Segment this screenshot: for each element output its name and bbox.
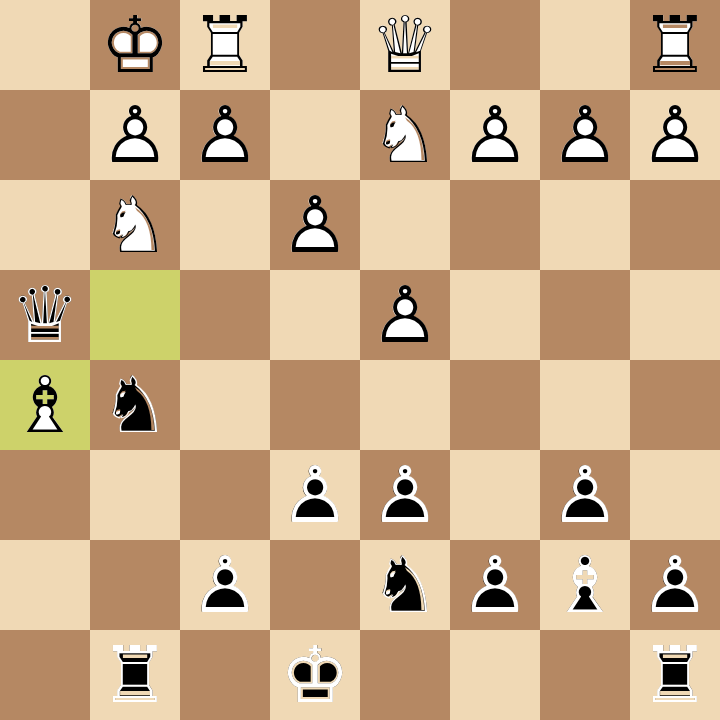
piece-black-pawn[interactable]: ♟♙: [540, 450, 630, 540]
black-king-outline-icon: ♔: [270, 630, 360, 720]
black-rook-outline-icon: ♖: [90, 630, 180, 720]
square-h4[interactable]: ♛♕: [0, 270, 90, 360]
black-pawn-outline-icon: ♙: [360, 450, 450, 540]
piece-white-rook[interactable]: ♜♖: [630, 0, 720, 90]
black-queen-outline-icon: ♕: [0, 270, 90, 360]
square-g1[interactable]: ♚♔: [90, 0, 180, 90]
piece-black-rook[interactable]: ♜♖: [90, 630, 180, 720]
square-e2[interactable]: [270, 90, 360, 180]
piece-black-pawn[interactable]: ♟♙: [450, 540, 540, 630]
piece-white-knight[interactable]: ♞♘: [90, 180, 180, 270]
black-pawn-outline-icon: ♙: [270, 450, 360, 540]
square-b2[interactable]: ♟♙: [540, 90, 630, 180]
square-f6[interactable]: [180, 450, 270, 540]
white-queen-outline-icon: ♕: [360, 0, 450, 90]
square-a1[interactable]: ♜♖: [630, 0, 720, 90]
square-f2[interactable]: ♟♙: [180, 90, 270, 180]
white-pawn-outline-icon: ♙: [270, 180, 360, 270]
white-pawn-outline-icon: ♙: [540, 90, 630, 180]
piece-white-rook[interactable]: ♜♖: [180, 0, 270, 90]
square-a6[interactable]: [630, 450, 720, 540]
square-f3[interactable]: [180, 180, 270, 270]
square-d8[interactable]: [360, 630, 450, 720]
black-rook-outline-icon: ♖: [630, 630, 720, 720]
piece-white-pawn[interactable]: ♟♙: [90, 90, 180, 180]
piece-black-bishop[interactable]: ♝♗: [540, 540, 630, 630]
square-h8[interactable]: [0, 630, 90, 720]
square-c2[interactable]: ♟♙: [450, 90, 540, 180]
piece-white-pawn[interactable]: ♟♙: [360, 270, 450, 360]
square-b7[interactable]: ♝♗: [540, 540, 630, 630]
white-rook-outline-icon: ♖: [630, 0, 720, 90]
white-pawn-outline-icon: ♙: [450, 90, 540, 180]
black-knight-outline-icon: ♘: [360, 540, 450, 630]
square-g2[interactable]: ♟♙: [90, 90, 180, 180]
square-g4[interactable]: [90, 270, 180, 360]
square-h5[interactable]: ♝♗: [0, 360, 90, 450]
piece-black-pawn[interactable]: ♟♙: [180, 540, 270, 630]
piece-white-bishop[interactable]: ♝♗: [0, 360, 90, 450]
square-b3[interactable]: [540, 180, 630, 270]
square-f1[interactable]: ♜♖: [180, 0, 270, 90]
piece-white-pawn[interactable]: ♟♙: [450, 90, 540, 180]
square-c1[interactable]: [450, 0, 540, 90]
square-c5[interactable]: [450, 360, 540, 450]
piece-black-pawn[interactable]: ♟♙: [270, 450, 360, 540]
white-knight-outline-icon: ♘: [360, 90, 450, 180]
square-g6[interactable]: [90, 450, 180, 540]
square-e3[interactable]: ♟♙: [270, 180, 360, 270]
square-g5[interactable]: ♞♘: [90, 360, 180, 450]
square-a7[interactable]: ♟♙: [630, 540, 720, 630]
square-d2[interactable]: ♞♘: [360, 90, 450, 180]
piece-black-knight[interactable]: ♞♘: [360, 540, 450, 630]
square-a4[interactable]: [630, 270, 720, 360]
square-c6[interactable]: [450, 450, 540, 540]
square-f8[interactable]: [180, 630, 270, 720]
square-d3[interactable]: [360, 180, 450, 270]
square-f4[interactable]: [180, 270, 270, 360]
square-d4[interactable]: ♟♙: [360, 270, 450, 360]
piece-black-rook[interactable]: ♜♖: [630, 630, 720, 720]
white-pawn-outline-icon: ♙: [360, 270, 450, 360]
piece-white-pawn[interactable]: ♟♙: [630, 90, 720, 180]
square-d7[interactable]: ♞♘: [360, 540, 450, 630]
square-h2[interactable]: [0, 90, 90, 180]
white-rook-outline-icon: ♖: [180, 0, 270, 90]
square-b8[interactable]: [540, 630, 630, 720]
black-pawn-outline-icon: ♙: [630, 540, 720, 630]
square-a2[interactable]: ♟♙: [630, 90, 720, 180]
square-a3[interactable]: [630, 180, 720, 270]
piece-black-pawn[interactable]: ♟♙: [360, 450, 450, 540]
piece-white-queen[interactable]: ♛♕: [360, 0, 450, 90]
square-e1[interactable]: [270, 0, 360, 90]
piece-black-pawn[interactable]: ♟♙: [630, 540, 720, 630]
piece-white-pawn[interactable]: ♟♙: [180, 90, 270, 180]
black-pawn-outline-icon: ♙: [180, 540, 270, 630]
square-e4[interactable]: [270, 270, 360, 360]
piece-white-knight[interactable]: ♞♘: [360, 90, 450, 180]
piece-black-knight[interactable]: ♞♘: [90, 360, 180, 450]
square-b6[interactable]: ♟♙: [540, 450, 630, 540]
square-e5[interactable]: [270, 360, 360, 450]
piece-white-king[interactable]: ♚♔: [90, 0, 180, 90]
square-e8[interactable]: ♚♔: [270, 630, 360, 720]
square-b1[interactable]: [540, 0, 630, 90]
chess-board: ♚♔♜♖♛♕♜♖♟♙♟♙♞♘♟♙♟♙♟♙♞♘♟♙♛♕♟♙♝♗♞♘♟♙♟♙♟♙♟♙…: [0, 0, 720, 720]
white-pawn-outline-icon: ♙: [90, 90, 180, 180]
white-knight-outline-icon: ♘: [90, 180, 180, 270]
white-pawn-outline-icon: ♙: [180, 90, 270, 180]
black-pawn-outline-icon: ♙: [450, 540, 540, 630]
square-d6[interactable]: ♟♙: [360, 450, 450, 540]
square-a8[interactable]: ♜♖: [630, 630, 720, 720]
square-b4[interactable]: [540, 270, 630, 360]
black-knight-outline-icon: ♘: [90, 360, 180, 450]
white-bishop-outline-icon: ♗: [0, 360, 90, 450]
square-c7[interactable]: ♟♙: [450, 540, 540, 630]
black-pawn-outline-icon: ♙: [540, 450, 630, 540]
black-bishop-outline-icon: ♗: [540, 540, 630, 630]
square-h1[interactable]: [0, 0, 90, 90]
square-g7[interactable]: [90, 540, 180, 630]
square-h3[interactable]: [0, 180, 90, 270]
piece-black-queen[interactable]: ♛♕: [0, 270, 90, 360]
square-c4[interactable]: [450, 270, 540, 360]
square-d5[interactable]: [360, 360, 450, 450]
square-e6[interactable]: ♟♙: [270, 450, 360, 540]
square-g8[interactable]: ♜♖: [90, 630, 180, 720]
square-c8[interactable]: [450, 630, 540, 720]
square-h6[interactable]: [0, 450, 90, 540]
square-g3[interactable]: ♞♘: [90, 180, 180, 270]
square-a5[interactable]: [630, 360, 720, 450]
square-c3[interactable]: [450, 180, 540, 270]
piece-white-pawn[interactable]: ♟♙: [270, 180, 360, 270]
square-h7[interactable]: [0, 540, 90, 630]
square-d1[interactable]: ♛♕: [360, 0, 450, 90]
white-pawn-outline-icon: ♙: [630, 90, 720, 180]
piece-white-pawn[interactable]: ♟♙: [540, 90, 630, 180]
square-f7[interactable]: ♟♙: [180, 540, 270, 630]
white-king-outline-icon: ♔: [90, 0, 180, 90]
square-e7[interactable]: [270, 540, 360, 630]
piece-black-king[interactable]: ♚♔: [270, 630, 360, 720]
square-b5[interactable]: [540, 360, 630, 450]
square-f5[interactable]: [180, 360, 270, 450]
